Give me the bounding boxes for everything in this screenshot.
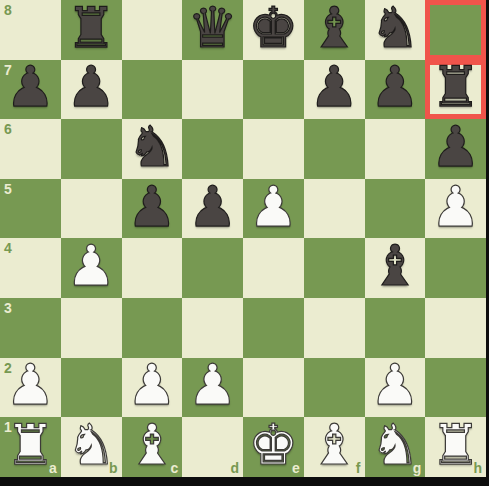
square-e2[interactable] [243,358,304,418]
square-c1[interactable]: c♝ [122,417,183,477]
square-a6[interactable]: 6 [0,119,61,179]
rank-label-3: 3 [4,301,12,315]
square-d3[interactable] [182,298,243,358]
square-a1[interactable]: 1a♜ [0,417,61,477]
square-a2[interactable]: 2♟ [0,358,61,418]
square-e4[interactable] [243,238,304,298]
piece-black-bishop[interactable]: ♝ [370,238,420,294]
piece-white-pawn[interactable]: ♟ [188,357,238,413]
square-c5[interactable]: ♟ [122,179,183,239]
file-label-g: g [413,461,422,475]
square-e8[interactable]: ♚ [243,0,304,60]
piece-black-pawn[interactable]: ♟ [370,59,420,115]
piece-black-knight[interactable]: ♞ [127,119,177,175]
file-label-d: d [230,461,239,475]
square-e6[interactable] [243,119,304,179]
square-e7[interactable] [243,60,304,120]
file-label-b: b [109,461,118,475]
square-a3[interactable]: 3 [0,298,61,358]
rank-label-7: 7 [4,63,12,77]
square-f6[interactable] [304,119,365,179]
square-d1[interactable]: d [182,417,243,477]
square-c6[interactable]: ♞ [122,119,183,179]
rank-label-1: 1 [4,420,12,434]
piece-white-pawn[interactable]: ♟ [431,179,481,235]
piece-black-pawn[interactable]: ♟ [431,119,481,175]
square-e5[interactable]: ♟ [243,179,304,239]
square-f5[interactable] [304,179,365,239]
square-c4[interactable] [122,238,183,298]
piece-black-king[interactable]: ♚ [248,0,298,56]
file-label-f: f [356,461,361,475]
piece-black-rook[interactable]: ♜ [431,59,481,115]
square-d4[interactable] [182,238,243,298]
square-a8[interactable]: 8 [0,0,61,60]
square-b5[interactable] [61,179,122,239]
rank-label-2: 2 [4,361,12,375]
square-g4[interactable]: ♝ [365,238,426,298]
chess-board: 8♜♛♚♝♞7♟♟♟♟♜6♞♟5♟♟♟♟4♟♝32♟♟♟♟1a♜b♞c♝de♚f… [0,0,486,477]
square-h5[interactable]: ♟ [425,179,486,239]
square-c7[interactable] [122,60,183,120]
piece-black-pawn[interactable]: ♟ [309,59,359,115]
square-a4[interactable]: 4 [0,238,61,298]
square-f7[interactable]: ♟ [304,60,365,120]
piece-black-pawn[interactable]: ♟ [66,59,116,115]
square-b7[interactable]: ♟ [61,60,122,120]
square-g3[interactable] [365,298,426,358]
file-label-e: e [292,461,300,475]
square-h1[interactable]: h♜ [425,417,486,477]
square-b3[interactable] [61,298,122,358]
square-h2[interactable] [425,358,486,418]
square-h4[interactable] [425,238,486,298]
piece-white-pawn[interactable]: ♟ [370,357,420,413]
square-b8[interactable]: ♜ [61,0,122,60]
square-d8[interactable]: ♛ [182,0,243,60]
square-c3[interactable] [122,298,183,358]
piece-black-knight[interactable]: ♞ [370,0,420,56]
square-a7[interactable]: 7♟ [0,60,61,120]
square-f2[interactable] [304,358,365,418]
square-h6[interactable]: ♟ [425,119,486,179]
square-d5[interactable]: ♟ [182,179,243,239]
piece-white-pawn[interactable]: ♟ [248,179,298,235]
square-d2[interactable]: ♟ [182,358,243,418]
square-b1[interactable]: b♞ [61,417,122,477]
piece-white-king[interactable]: ♚ [248,417,298,473]
square-h3[interactable] [425,298,486,358]
square-e3[interactable] [243,298,304,358]
file-label-c: c [170,461,178,475]
square-f4[interactable] [304,238,365,298]
square-c2[interactable]: ♟ [122,358,183,418]
file-label-h: h [473,461,482,475]
piece-black-pawn[interactable]: ♟ [188,179,238,235]
square-g5[interactable] [365,179,426,239]
chess-app-window: 8♜♛♚♝♞7♟♟♟♟♜6♞♟5♟♟♟♟4♟♝32♟♟♟♟1a♜b♞c♝de♚f… [0,0,489,486]
piece-white-pawn[interactable]: ♟ [127,357,177,413]
square-f3[interactable] [304,298,365,358]
piece-black-rook[interactable]: ♜ [66,0,116,56]
square-c8[interactable] [122,0,183,60]
square-d6[interactable] [182,119,243,179]
square-b2[interactable] [61,358,122,418]
square-b6[interactable] [61,119,122,179]
rank-label-5: 5 [4,182,12,196]
square-h7[interactable]: ♜ [425,60,486,120]
piece-black-pawn[interactable]: ♟ [127,179,177,235]
square-a5[interactable]: 5 [0,179,61,239]
piece-white-bishop[interactable]: ♝ [127,417,177,473]
square-d7[interactable] [182,60,243,120]
square-e1[interactable]: e♚ [243,417,304,477]
square-h8[interactable] [425,0,486,60]
square-g7[interactable]: ♟ [365,60,426,120]
square-g8[interactable]: ♞ [365,0,426,60]
piece-white-pawn[interactable]: ♟ [5,357,55,413]
square-g6[interactable] [365,119,426,179]
piece-black-pawn[interactable]: ♟ [5,59,55,115]
file-label-a: a [49,461,57,475]
piece-black-bishop[interactable]: ♝ [309,0,359,56]
piece-black-queen[interactable]: ♛ [188,0,238,56]
piece-white-rook[interactable]: ♜ [5,417,55,473]
rank-label-4: 4 [4,241,12,255]
rank-label-6: 6 [4,122,12,136]
square-b4[interactable]: ♟ [61,238,122,298]
square-f1[interactable]: f♝ [304,417,365,477]
piece-white-bishop[interactable]: ♝ [309,417,359,473]
square-g2[interactable]: ♟ [365,358,426,418]
piece-white-pawn[interactable]: ♟ [66,238,116,294]
square-f8[interactable]: ♝ [304,0,365,60]
square-g1[interactable]: g♞ [365,417,426,477]
rank-label-8: 8 [4,3,12,17]
